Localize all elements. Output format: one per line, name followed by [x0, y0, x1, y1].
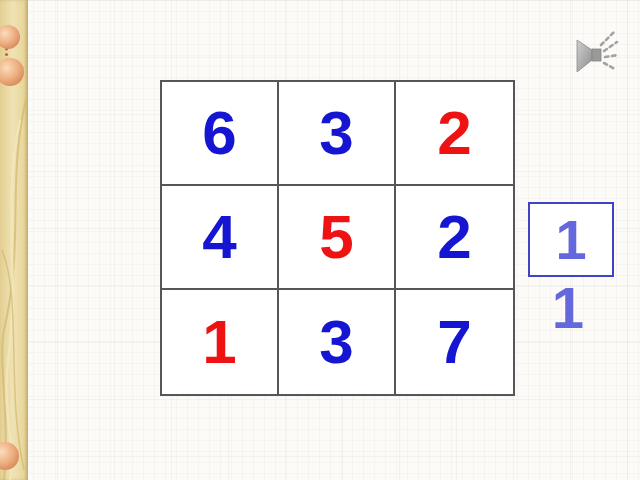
bead-ornament: [0, 25, 20, 49]
side-border-swirls: [0, 0, 28, 480]
grid-cell-r2c3: 2: [396, 186, 513, 290]
number-grid: 6 3 2 4 5 2 1 3 7: [160, 80, 515, 396]
slide-canvas: { "game": "3x3 number grid math puzzle (…: [0, 0, 640, 480]
grid-cell-r1c1: 6: [162, 82, 279, 186]
grid-cell-r3c2: 3: [279, 290, 396, 394]
speaker-icon[interactable]: [570, 28, 620, 80]
bead-ornament: [0, 442, 19, 470]
grid-cell-r3c1: 1: [162, 290, 279, 394]
grid-cell-r1c2: 3: [279, 82, 396, 186]
bead-ornament: [0, 58, 24, 86]
grid-cell-r3c3: 7: [396, 290, 513, 394]
answer-free-value: 1: [520, 274, 616, 340]
grid-cell-r2c1: 4: [162, 186, 279, 290]
answer-box-value: 1: [555, 207, 586, 272]
decorative-side-border: [0, 0, 28, 480]
grid-cell-r2c2: 5: [279, 186, 396, 290]
answer-box: 1: [528, 202, 614, 277]
grid-cell-r1c3: 2: [396, 82, 513, 186]
